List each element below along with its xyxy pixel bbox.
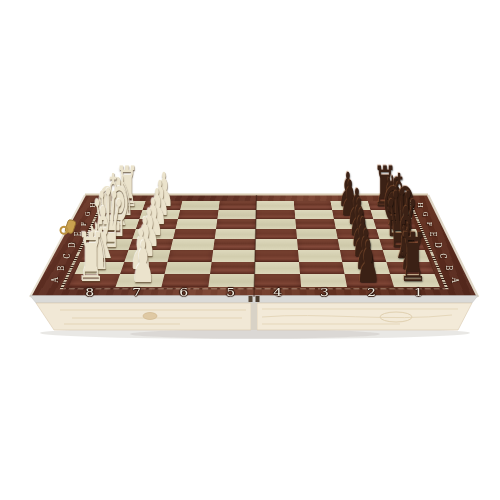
left-letter-H: H — [88, 203, 97, 208]
square-D4 — [255, 239, 297, 250]
ground-shadow — [40, 327, 470, 339]
left-letter-D: D — [67, 242, 77, 247]
front-number-2: 2 — [367, 286, 376, 299]
front-number-5: 5 — [226, 286, 235, 299]
right-letter-G: G — [420, 212, 429, 217]
square-F5 — [216, 219, 256, 229]
square-C2 — [340, 250, 386, 262]
square-E2 — [336, 229, 379, 239]
square-D6 — [170, 239, 214, 250]
chess-set-photo: 87654321ABCDEFGHABCDEFGH♜♟♟♜♞♟♟♞♝♟♟♝♚♟♟♚… — [0, 0, 500, 500]
left-letter-E: E — [73, 232, 83, 237]
square-H7 — [142, 201, 182, 210]
square-G7 — [139, 210, 180, 219]
left-letter-F: F — [78, 222, 87, 226]
square-G2 — [332, 210, 373, 219]
square-E5 — [214, 229, 255, 239]
pine-grain-right — [262, 309, 458, 324]
square-D3 — [297, 239, 340, 250]
front-number-8: 8 — [85, 286, 94, 299]
pine-knot — [143, 313, 157, 320]
checkerboard — [69, 201, 440, 287]
square-B3 — [299, 262, 345, 274]
square-F7 — [135, 219, 177, 229]
square-D1 — [379, 239, 425, 250]
right-letter-B: B — [444, 265, 454, 270]
left-letter-C: C — [62, 253, 72, 258]
square-D7 — [128, 239, 173, 250]
square-H3 — [293, 201, 332, 210]
seam-gap — [251, 303, 257, 330]
square-F3 — [295, 219, 336, 229]
pine-swirl — [380, 312, 412, 322]
right-letter-F: F — [424, 222, 433, 226]
square-B8 — [75, 262, 124, 274]
front-number-6: 6 — [179, 286, 188, 299]
right-letter-H: H — [416, 203, 425, 208]
square-B4 — [255, 262, 300, 274]
square-H6 — [180, 201, 219, 210]
front-number-3: 3 — [320, 286, 329, 299]
square-C6 — [168, 250, 213, 262]
square-B7 — [120, 262, 168, 274]
square-D5 — [213, 239, 256, 250]
square-C1 — [382, 250, 429, 262]
square-F8 — [95, 219, 139, 229]
left-letter-G: G — [83, 212, 92, 217]
square-B5 — [210, 262, 255, 274]
square-G6 — [178, 210, 218, 219]
square-H5 — [218, 201, 256, 210]
square-C5 — [211, 250, 255, 262]
square-G5 — [217, 210, 256, 219]
square-G3 — [294, 210, 334, 219]
right-letter-E: E — [428, 232, 438, 237]
square-B6 — [165, 262, 212, 274]
square-D2 — [338, 239, 383, 250]
chess-board — [30, 195, 478, 297]
square-F6 — [176, 219, 217, 229]
square-E4 — [255, 229, 296, 239]
square-F4 — [256, 219, 296, 229]
square-C3 — [298, 250, 343, 262]
square-B2 — [342, 262, 389, 274]
square-H4 — [256, 201, 294, 210]
square-H8 — [104, 201, 145, 210]
right-letter-A: A — [449, 278, 460, 283]
front-number-7: 7 — [132, 286, 141, 299]
right-letter-D: D — [433, 242, 443, 247]
left-letter-B: B — [56, 265, 66, 270]
pine-grain-left — [60, 310, 246, 324]
pine-side-left — [36, 303, 251, 330]
square-G1 — [370, 210, 412, 219]
square-C7 — [124, 250, 170, 262]
square-H1 — [367, 201, 408, 210]
square-C4 — [255, 250, 299, 262]
square-E3 — [296, 229, 338, 239]
square-G8 — [100, 210, 142, 219]
square-G4 — [256, 210, 295, 219]
right-letter-C: C — [438, 253, 448, 258]
square-E8 — [91, 229, 136, 239]
pine-side-right — [257, 303, 472, 330]
front-number-4: 4 — [273, 286, 282, 299]
square-C8 — [80, 250, 128, 262]
front-number-1: 1 — [414, 286, 423, 299]
square-B1 — [386, 262, 435, 274]
ground-shadow-core — [130, 330, 380, 339]
square-F2 — [334, 219, 376, 229]
square-E7 — [132, 229, 176, 239]
square-F1 — [373, 219, 416, 229]
square-E6 — [173, 229, 216, 239]
square-H2 — [330, 201, 370, 210]
square-E1 — [376, 229, 420, 239]
square-D8 — [86, 239, 132, 250]
left-letter-A: A — [49, 278, 60, 283]
